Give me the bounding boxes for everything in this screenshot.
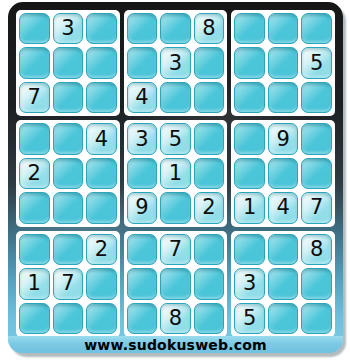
cell-r3c7[interactable] (234, 82, 265, 113)
cell-r3c2[interactable] (53, 82, 84, 113)
cell-r4c4: 3 (127, 123, 158, 154)
cell-r6c2[interactable] (53, 192, 84, 223)
cell-r8c9[interactable] (301, 268, 332, 299)
cell-r6c7: 1 (234, 192, 265, 223)
cell-r8c4[interactable] (127, 268, 158, 299)
cell-r2c9: 5 (301, 47, 332, 78)
cell-r5c9[interactable] (301, 158, 332, 189)
cell-r4c1[interactable] (19, 123, 50, 154)
cell-r4c3: 4 (86, 123, 117, 154)
box-4: 42 (16, 120, 120, 226)
cell-r3c4: 4 (127, 82, 158, 113)
cell-r9c1[interactable] (19, 303, 50, 334)
cell-r8c5[interactable] (160, 268, 191, 299)
cell-r5c8[interactable] (268, 158, 299, 189)
box-1: 37 (16, 10, 120, 116)
cell-r4c2[interactable] (53, 123, 84, 154)
site-url: www.sudokusweb.com (84, 337, 267, 353)
cell-r3c6[interactable] (194, 82, 225, 113)
cell-r3c3[interactable] (86, 82, 117, 113)
cell-r9c8[interactable] (268, 303, 299, 334)
cell-r7c5: 7 (160, 234, 191, 265)
cell-r7c9: 8 (301, 234, 332, 265)
cell-r1c6: 8 (194, 13, 225, 44)
box-7: 217 (16, 231, 120, 337)
cell-r1c3[interactable] (86, 13, 117, 44)
cell-r2c4[interactable] (127, 47, 158, 78)
cell-r5c6[interactable] (194, 158, 225, 189)
box-8: 78 (124, 231, 228, 337)
cell-r7c6[interactable] (194, 234, 225, 265)
cell-r4c8: 9 (268, 123, 299, 154)
box-5: 35192 (124, 120, 228, 226)
cell-r5c3[interactable] (86, 158, 117, 189)
box-6: 9147 (231, 120, 335, 226)
cell-r6c3[interactable] (86, 192, 117, 223)
cell-r2c2[interactable] (53, 47, 84, 78)
cell-r9c9[interactable] (301, 303, 332, 334)
cell-r3c1: 7 (19, 82, 50, 113)
cell-r6c8: 4 (268, 192, 299, 223)
cell-r4c5: 5 (160, 123, 191, 154)
cell-r6c6: 2 (194, 192, 225, 223)
box-3: 5 (231, 10, 335, 116)
cell-r9c3[interactable] (86, 303, 117, 334)
cell-r9c5: 8 (160, 303, 191, 334)
cell-r3c5[interactable] (160, 82, 191, 113)
cell-r2c1[interactable] (19, 47, 50, 78)
cell-r9c2[interactable] (53, 303, 84, 334)
box-2: 834 (124, 10, 228, 116)
cell-r7c8[interactable] (268, 234, 299, 265)
cell-r8c3[interactable] (86, 268, 117, 299)
cell-r2c8[interactable] (268, 47, 299, 78)
cell-r1c5[interactable] (160, 13, 191, 44)
cell-r6c5[interactable] (160, 192, 191, 223)
cell-r1c8[interactable] (268, 13, 299, 44)
cell-r9c7: 5 (234, 303, 265, 334)
cell-r1c9[interactable] (301, 13, 332, 44)
cell-r5c4[interactable] (127, 158, 158, 189)
board-frame: 3783454235192914721778835 www.sudokusweb… (8, 2, 343, 353)
cell-r6c4: 9 (127, 192, 158, 223)
cell-r2c6[interactable] (194, 47, 225, 78)
cell-r5c2[interactable] (53, 158, 84, 189)
cell-r5c1: 2 (19, 158, 50, 189)
cell-r4c7[interactable] (234, 123, 265, 154)
sudoku-board: 3783454235192914721778835 (16, 10, 335, 337)
cell-r3c9[interactable] (301, 82, 332, 113)
cell-r1c1[interactable] (19, 13, 50, 44)
cell-r4c9[interactable] (301, 123, 332, 154)
cell-r8c2: 7 (53, 268, 84, 299)
cell-r8c7: 3 (234, 268, 265, 299)
cell-r6c9: 7 (301, 192, 332, 223)
cell-r7c2[interactable] (53, 234, 84, 265)
cell-r3c8[interactable] (268, 82, 299, 113)
cell-r8c8[interactable] (268, 268, 299, 299)
cell-r4c6[interactable] (194, 123, 225, 154)
cell-r7c1[interactable] (19, 234, 50, 265)
cell-r5c7[interactable] (234, 158, 265, 189)
cell-r6c1[interactable] (19, 192, 50, 223)
cell-r2c3[interactable] (86, 47, 117, 78)
cell-r5c5: 1 (160, 158, 191, 189)
cell-r2c7[interactable] (234, 47, 265, 78)
cell-r8c1: 1 (19, 268, 50, 299)
box-9: 835 (231, 231, 335, 337)
cell-r1c7[interactable] (234, 13, 265, 44)
cell-r1c4[interactable] (127, 13, 158, 44)
footer-band: www.sudokusweb.com (8, 336, 343, 353)
cell-r1c2: 3 (53, 13, 84, 44)
cell-r9c6[interactable] (194, 303, 225, 334)
cell-r7c3: 2 (86, 234, 117, 265)
cell-r9c4[interactable] (127, 303, 158, 334)
cell-r8c6[interactable] (194, 268, 225, 299)
cell-r7c7[interactable] (234, 234, 265, 265)
cell-r7c4[interactable] (127, 234, 158, 265)
cell-r2c5: 3 (160, 47, 191, 78)
page: 3783454235192914721778835 www.sudokusweb… (0, 0, 350, 360)
